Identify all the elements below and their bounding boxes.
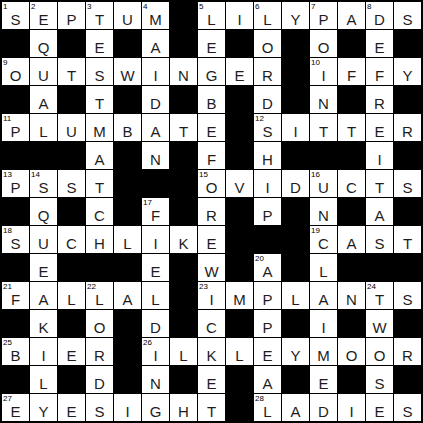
cell-letter: E	[374, 124, 384, 139]
letter-cell[interactable]: N	[170, 58, 197, 85]
letter-cell[interactable]: E	[366, 114, 393, 141]
letter-cell[interactable]: W	[114, 58, 141, 85]
cell-letter: G	[150, 404, 162, 419]
cell-letter: S	[374, 376, 384, 391]
letter-cell[interactable]: R	[366, 86, 393, 113]
letter-cell[interactable]: M	[310, 338, 337, 365]
cell-letter: Y	[290, 348, 300, 363]
cell-letter: E	[94, 40, 104, 55]
cell-letter: O	[318, 40, 330, 55]
cell-letter: O	[206, 180, 218, 195]
letter-cell[interactable]: R	[198, 198, 225, 225]
black-cell	[394, 198, 421, 225]
letter-cell[interactable]: A	[86, 142, 113, 169]
letter-cell[interactable]: S	[366, 366, 393, 393]
cell-letter: I	[153, 348, 157, 363]
cell-letter: C	[94, 208, 105, 223]
letter-cell[interactable]: 4M	[142, 2, 169, 29]
black-cell	[170, 198, 197, 225]
letter-cell[interactable]: U	[114, 2, 141, 29]
letter-cell[interactable]: S	[86, 58, 113, 85]
letter-cell[interactable]: E	[198, 114, 225, 141]
letter-cell[interactable]: O	[338, 338, 365, 365]
letter-cell[interactable]: E	[254, 338, 281, 365]
cell-letter: T	[95, 96, 104, 111]
letter-cell[interactable]: I	[226, 2, 253, 29]
letter-cell[interactable]: 25B	[2, 338, 29, 365]
letter-cell[interactable]: F	[366, 58, 393, 85]
black-cell	[30, 142, 57, 169]
cell-letter: H	[178, 404, 189, 419]
letter-cell[interactable]: N	[310, 86, 337, 113]
letter-cell[interactable]: U	[30, 226, 57, 253]
cell-letter: U	[38, 236, 49, 251]
cell-letter: G	[206, 68, 218, 83]
letter-cell[interactable]: L	[58, 282, 85, 309]
letter-cell[interactable]: R	[394, 338, 421, 365]
letter-cell[interactable]: R	[254, 58, 281, 85]
cell-letter: B	[122, 124, 132, 139]
cell-letter: D	[262, 96, 273, 111]
letter-cell[interactable]: A	[254, 366, 281, 393]
black-cell	[338, 310, 365, 337]
letter-cell[interactable]: E	[198, 366, 225, 393]
black-cell	[366, 254, 393, 281]
black-cell	[2, 30, 29, 57]
cell-letter: K	[38, 320, 48, 335]
letter-cell[interactable]: 15O	[198, 170, 225, 197]
letter-cell[interactable]: U	[30, 58, 57, 85]
letter-cell[interactable]: I	[30, 338, 57, 365]
letter-cell[interactable]: 17F	[142, 198, 169, 225]
cell-letter: A	[150, 40, 160, 55]
black-cell	[170, 170, 197, 197]
letter-cell[interactable]: K	[30, 310, 57, 337]
letter-cell[interactable]: 19C	[310, 226, 337, 253]
letter-cell[interactable]: 9O	[2, 58, 29, 85]
letter-cell[interactable]: A	[338, 2, 365, 29]
letter-cell[interactable]: A	[30, 282, 57, 309]
cell-letter: D	[290, 180, 301, 195]
letter-cell[interactable]: O	[254, 30, 281, 57]
cell-letter: P	[10, 180, 20, 195]
letter-cell[interactable]: K	[198, 338, 225, 365]
cell-letter: L	[67, 292, 75, 307]
black-cell	[2, 198, 29, 225]
letter-cell[interactable]: E	[198, 226, 225, 253]
cell-letter: I	[153, 236, 157, 251]
letter-cell[interactable]: L	[30, 366, 57, 393]
cell-letter: F	[375, 68, 384, 83]
letter-cell[interactable]: L	[142, 282, 169, 309]
clue-number: 11	[3, 114, 11, 123]
letter-cell[interactable]: W	[366, 310, 393, 337]
black-cell	[310, 142, 337, 169]
letter-cell[interactable]: L	[282, 282, 309, 309]
letter-cell[interactable]: E	[86, 30, 113, 57]
cell-letter: A	[150, 124, 160, 139]
cell-letter: A	[122, 292, 132, 307]
letter-cell[interactable]: T	[366, 170, 393, 197]
cell-letter: E	[38, 264, 48, 279]
black-cell	[226, 226, 253, 253]
cell-letter: L	[263, 404, 271, 419]
letter-cell[interactable]: I	[282, 114, 309, 141]
letter-cell[interactable]: O	[86, 310, 113, 337]
cell-letter: C	[346, 180, 357, 195]
letter-cell[interactable]: 24T	[366, 282, 393, 309]
letter-cell[interactable]: D	[142, 86, 169, 113]
letter-cell[interactable]: H	[86, 226, 113, 253]
letter-cell[interactable]: W	[198, 254, 225, 281]
letter-cell[interactable]: 12S	[254, 114, 281, 141]
letter-cell[interactable]: 28L	[254, 394, 281, 421]
cell-letter: U	[38, 68, 49, 83]
letter-cell[interactable]: H	[170, 394, 197, 421]
letter-cell[interactable]: D	[86, 366, 113, 393]
clue-number: 20	[255, 254, 264, 263]
letter-cell[interactable]: I	[142, 58, 169, 85]
letter-cell[interactable]: Y	[30, 394, 57, 421]
cell-letter: R	[402, 348, 413, 363]
letter-cell[interactable]: Y	[394, 58, 421, 85]
letter-cell[interactable]: S	[394, 170, 421, 197]
cell-letter: Y	[38, 404, 48, 419]
letter-cell[interactable]: T	[86, 86, 113, 113]
letter-cell[interactable]: M	[226, 282, 253, 309]
black-cell	[86, 254, 113, 281]
letter-cell[interactable]: D	[142, 310, 169, 337]
cell-letter: M	[93, 124, 106, 139]
letter-cell[interactable]: 1S	[2, 2, 29, 29]
letter-cell[interactable]: A	[142, 114, 169, 141]
cell-letter: O	[346, 348, 358, 363]
letter-cell[interactable]: L	[30, 114, 57, 141]
letter-cell[interactable]: C	[198, 310, 225, 337]
cell-letter: N	[318, 96, 329, 111]
black-cell	[2, 254, 29, 281]
letter-cell[interactable]: A	[310, 282, 337, 309]
black-cell	[226, 30, 253, 57]
clue-number: 15	[199, 170, 208, 179]
cell-letter: L	[319, 264, 327, 279]
cell-letter: C	[206, 320, 217, 335]
letter-cell[interactable]: T	[170, 114, 197, 141]
clue-number: 14	[31, 170, 40, 179]
letter-cell[interactable]: 21F	[2, 282, 29, 309]
letter-cell[interactable]: Y	[282, 338, 309, 365]
letter-cell[interactable]: E	[366, 394, 393, 421]
letter-cell[interactable]: E	[198, 30, 225, 57]
letter-cell[interactable]: L	[310, 254, 337, 281]
cell-letter: W	[120, 68, 134, 83]
letter-cell[interactable]: L	[114, 226, 141, 253]
cell-letter: D	[150, 320, 161, 335]
black-cell	[394, 142, 421, 169]
cell-letter: C	[66, 236, 77, 251]
cell-letter: I	[125, 404, 129, 419]
black-cell	[394, 310, 421, 337]
cell-letter: A	[94, 152, 104, 167]
cell-letter: W	[372, 320, 386, 335]
letter-cell[interactable]: S	[394, 282, 421, 309]
clue-number: 2	[31, 2, 35, 11]
cell-letter: L	[235, 348, 243, 363]
letter-cell[interactable]: T	[338, 114, 365, 141]
cell-letter: F	[347, 68, 356, 83]
letter-cell[interactable]: O	[366, 338, 393, 365]
letter-cell[interactable]: 10I	[310, 58, 337, 85]
letter-cell[interactable]: 6L	[254, 2, 281, 29]
letter-cell[interactable]: F	[198, 142, 225, 169]
cell-letter: O	[374, 348, 386, 363]
letter-cell[interactable]: Q	[30, 198, 57, 225]
letter-cell[interactable]: 18S	[2, 226, 29, 253]
letter-cell[interactable]: 14S	[30, 170, 57, 197]
letter-cell[interactable]: P	[254, 310, 281, 337]
clue-number: 27	[3, 394, 12, 403]
letter-cell[interactable]: G	[198, 58, 225, 85]
cell-letter: E	[374, 40, 384, 55]
letter-cell[interactable]: U	[58, 114, 85, 141]
letter-cell[interactable]: N	[142, 142, 169, 169]
letter-cell[interactable]: 16U	[310, 170, 337, 197]
black-cell	[170, 310, 197, 337]
clue-number: 9	[3, 58, 7, 67]
letter-cell[interactable]: P	[254, 282, 281, 309]
letter-cell[interactable]: B	[198, 86, 225, 113]
cell-letter: I	[209, 292, 213, 307]
cell-letter: T	[95, 180, 104, 195]
cell-letter: A	[374, 208, 384, 223]
letter-cell[interactable]: 3T	[86, 2, 113, 29]
clue-number: 24	[367, 282, 376, 291]
black-cell	[170, 30, 197, 57]
letter-cell[interactable]: H	[254, 142, 281, 169]
clue-number: 1	[3, 2, 7, 11]
cell-letter: A	[318, 292, 328, 307]
letter-cell[interactable]: N	[338, 282, 365, 309]
clue-number: 6	[255, 2, 259, 11]
black-cell	[114, 170, 141, 197]
cell-letter: S	[10, 12, 20, 27]
letter-cell[interactable]: G	[142, 394, 169, 421]
clue-number: 16	[311, 170, 320, 179]
cell-letter: E	[262, 348, 272, 363]
letter-cell[interactable]: E	[226, 58, 253, 85]
black-cell	[226, 254, 253, 281]
black-cell	[58, 30, 85, 57]
letter-cell[interactable]: 7P	[310, 2, 337, 29]
clue-number: 7	[311, 2, 315, 11]
letter-cell[interactable]: I	[366, 142, 393, 169]
cell-letter: T	[207, 404, 216, 419]
black-cell	[226, 198, 253, 225]
letter-cell[interactable]: R	[394, 114, 421, 141]
letter-cell[interactable]: P	[58, 2, 85, 29]
black-cell	[282, 310, 309, 337]
letter-cell[interactable]: P	[254, 198, 281, 225]
cell-letter: S	[262, 124, 272, 139]
black-cell	[282, 366, 309, 393]
letter-cell[interactable]: R	[86, 338, 113, 365]
cell-letter: T	[403, 236, 412, 251]
letter-cell[interactable]: 5L	[198, 2, 225, 29]
cell-letter: A	[346, 12, 356, 27]
cell-letter: O	[10, 68, 22, 83]
black-cell	[2, 366, 29, 393]
cell-letter: E	[206, 376, 216, 391]
cell-letter: I	[41, 348, 45, 363]
letter-cell[interactable]: D	[282, 170, 309, 197]
letter-cell[interactable]: O	[310, 30, 337, 57]
black-cell	[114, 366, 141, 393]
letter-cell[interactable]: 2E	[30, 2, 57, 29]
black-cell	[226, 394, 253, 421]
cell-letter: B	[10, 348, 20, 363]
letter-cell[interactable]: C	[338, 170, 365, 197]
letter-cell[interactable]: V	[226, 170, 253, 197]
letter-cell[interactable]: S	[394, 2, 421, 29]
letter-cell[interactable]: N	[142, 366, 169, 393]
clue-number: 19	[311, 226, 320, 235]
letter-cell[interactable]: E	[310, 366, 337, 393]
letter-cell[interactable]: E	[58, 394, 85, 421]
black-cell	[226, 366, 253, 393]
letter-cell[interactable]: I	[142, 226, 169, 253]
cell-letter: I	[237, 12, 241, 27]
letter-cell[interactable]: 13P	[2, 170, 29, 197]
cell-letter: I	[265, 180, 269, 195]
clue-number: 8	[367, 2, 371, 11]
letter-cell[interactable]: T	[86, 170, 113, 197]
cell-letter: R	[206, 208, 217, 223]
cell-letter: E	[234, 68, 244, 83]
letter-cell[interactable]: A	[30, 86, 57, 113]
cell-letter: A	[38, 292, 48, 307]
cell-letter: U	[318, 180, 329, 195]
letter-cell[interactable]: T	[58, 58, 85, 85]
letter-cell[interactable]: S	[394, 394, 421, 421]
letter-cell[interactable]: A	[338, 226, 365, 253]
letter-cell[interactable]: A	[142, 30, 169, 57]
cell-letter: E	[150, 264, 160, 279]
letter-cell[interactable]: I	[310, 310, 337, 337]
black-cell	[226, 86, 253, 113]
cell-letter: P	[66, 12, 76, 27]
letter-cell[interactable]: B	[114, 114, 141, 141]
black-cell	[2, 142, 29, 169]
cell-letter: E	[318, 376, 328, 391]
letter-cell[interactable]: I	[254, 170, 281, 197]
black-cell	[58, 310, 85, 337]
clue-number: 10	[311, 58, 320, 67]
letter-cell[interactable]: 22L	[86, 282, 113, 309]
cell-letter: P	[318, 12, 328, 27]
letter-cell[interactable]: L	[170, 338, 197, 365]
cell-letter: T	[375, 180, 384, 195]
cell-letter: S	[402, 180, 412, 195]
letter-cell[interactable]: 11P	[2, 114, 29, 141]
cell-letter: M	[317, 348, 330, 363]
letter-cell[interactable]: K	[170, 226, 197, 253]
cell-letter: I	[377, 152, 381, 167]
cell-letter: S	[374, 236, 384, 251]
black-cell	[114, 310, 141, 337]
cell-letter: I	[349, 404, 353, 419]
letter-cell[interactable]: C	[86, 198, 113, 225]
letter-cell[interactable]: L	[226, 338, 253, 365]
letter-cell[interactable]: Y	[282, 2, 309, 29]
letter-cell[interactable]: 27E	[2, 394, 29, 421]
cell-letter: L	[291, 292, 299, 307]
black-cell	[254, 226, 281, 253]
cell-letter: C	[318, 236, 329, 251]
clue-number: 28	[255, 394, 264, 403]
letter-cell[interactable]: T	[310, 114, 337, 141]
black-cell	[338, 366, 365, 393]
letter-cell[interactable]: M	[86, 114, 113, 141]
clue-number: 18	[3, 226, 12, 235]
letter-cell[interactable]: A	[282, 394, 309, 421]
letter-cell[interactable]: 20A	[254, 254, 281, 281]
black-cell	[282, 198, 309, 225]
cell-letter: Q	[38, 40, 50, 55]
letter-cell[interactable]: N	[310, 198, 337, 225]
letter-cell[interactable]: 26I	[142, 338, 169, 365]
black-cell	[114, 338, 141, 365]
cell-letter: R	[262, 68, 273, 83]
cell-letter: L	[95, 292, 103, 307]
letter-cell[interactable]: E	[30, 254, 57, 281]
cell-letter: K	[178, 236, 188, 251]
cell-letter: T	[347, 124, 356, 139]
letter-cell[interactable]: E	[142, 254, 169, 281]
letter-cell[interactable]: I	[114, 394, 141, 421]
letter-cell[interactable]: E	[366, 30, 393, 57]
letter-cell[interactable]: S	[366, 226, 393, 253]
cell-letter: H	[262, 152, 273, 167]
letter-cell[interactable]: D	[254, 86, 281, 113]
letter-cell[interactable]: Q	[30, 30, 57, 57]
letter-cell[interactable]: E	[58, 338, 85, 365]
letter-cell[interactable]: A	[366, 198, 393, 225]
clue-number: 21	[3, 282, 12, 291]
letter-cell[interactable]: T	[198, 394, 225, 421]
cell-letter: T	[67, 68, 76, 83]
clue-number: 13	[3, 170, 12, 179]
cell-letter: D	[94, 376, 105, 391]
letter-cell[interactable]: S	[86, 394, 113, 421]
cell-letter: E	[206, 124, 216, 139]
letter-cell[interactable]: T	[394, 226, 421, 253]
cell-letter: L	[151, 292, 159, 307]
cell-letter: N	[150, 152, 161, 167]
black-cell	[170, 366, 197, 393]
letter-cell[interactable]: I	[338, 394, 365, 421]
letter-cell[interactable]: F	[338, 58, 365, 85]
letter-cell[interactable]: 23I	[198, 282, 225, 309]
letter-cell[interactable]: C	[58, 226, 85, 253]
cell-letter: N	[150, 376, 161, 391]
cell-letter: S	[402, 292, 412, 307]
letter-cell[interactable]: 8D	[366, 2, 393, 29]
letter-cell[interactable]: D	[310, 394, 337, 421]
cell-letter: L	[123, 236, 131, 251]
black-cell	[394, 254, 421, 281]
letter-cell[interactable]: A	[114, 282, 141, 309]
letter-cell[interactable]: S	[58, 170, 85, 197]
